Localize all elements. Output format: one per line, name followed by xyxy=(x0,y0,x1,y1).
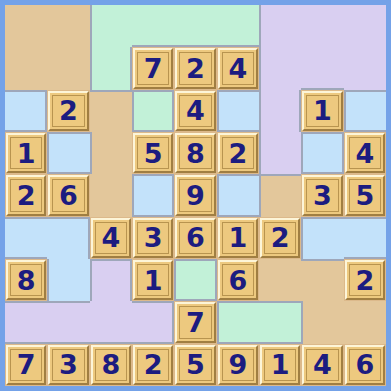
region-boundary xyxy=(174,259,176,301)
cell-r2c7[interactable] xyxy=(259,47,301,89)
tile-r9c4: 2 xyxy=(133,345,173,385)
tile-r4c4: 5 xyxy=(133,133,173,173)
region-boundary xyxy=(259,90,261,132)
tile-digit: 6 xyxy=(228,267,247,294)
region-boundary xyxy=(259,301,301,303)
tile-r5c9: 5 xyxy=(345,175,385,215)
region-boundary xyxy=(217,301,259,303)
cell-r7c1[interactable]: 8 xyxy=(5,259,47,301)
region-boundary xyxy=(174,299,216,301)
region-boundary xyxy=(47,301,89,303)
cell-r5c5[interactable]: 9 xyxy=(174,174,216,216)
cell-r1c8[interactable] xyxy=(301,5,343,47)
cell-r2c8[interactable] xyxy=(301,47,343,89)
tile-digit: 6 xyxy=(186,224,205,251)
tile-r6c5: 6 xyxy=(175,218,215,258)
cell-r7c3[interactable] xyxy=(90,259,132,301)
tile-digit: 4 xyxy=(355,140,374,167)
region-boundary xyxy=(259,132,261,174)
tile-digit: 8 xyxy=(101,351,120,378)
tile-digit: 5 xyxy=(186,351,205,378)
tile-r4c5: 8 xyxy=(175,133,215,173)
cell-r1c9[interactable] xyxy=(344,5,386,47)
region-boundary xyxy=(47,342,89,344)
tile-digit: 2 xyxy=(186,55,205,82)
cell-r1c4[interactable] xyxy=(132,5,174,47)
cell-r8c4[interactable] xyxy=(132,301,174,343)
cell-r1c1[interactable] xyxy=(5,5,47,47)
cell-r8c5[interactable]: 7 xyxy=(174,301,216,343)
region-boundary xyxy=(5,301,47,303)
cell-r4c7[interactable] xyxy=(259,132,301,174)
cell-r1c6[interactable] xyxy=(217,5,259,47)
cell-r7c9[interactable]: 2 xyxy=(344,259,386,301)
cell-r2c9[interactable] xyxy=(344,47,386,89)
tile-r5c2: 6 xyxy=(48,175,88,215)
region-boundary xyxy=(344,90,346,132)
region-boundary xyxy=(5,342,47,344)
region-boundary xyxy=(301,217,303,259)
region-boundary xyxy=(45,90,47,132)
cell-r8c1[interactable] xyxy=(5,301,47,343)
region-boundary xyxy=(259,342,301,344)
region-boundary xyxy=(301,172,343,174)
cell-r7c4[interactable]: 1 xyxy=(132,259,174,301)
region-boundary xyxy=(132,90,134,132)
region-boundary xyxy=(172,301,174,343)
tile-r7c1: 8 xyxy=(6,260,46,300)
tile-digit: 7 xyxy=(17,351,36,378)
region-boundary xyxy=(172,90,174,132)
tile-r6c4: 3 xyxy=(133,218,173,258)
tile-digit: 4 xyxy=(101,224,120,251)
region-boundary xyxy=(5,90,47,92)
region-boundary xyxy=(301,132,343,134)
cell-r3c3[interactable] xyxy=(90,90,132,132)
tile-r8c5: 7 xyxy=(175,302,215,342)
cell-r6c9[interactable] xyxy=(344,217,386,259)
tile-r7c4: 1 xyxy=(133,260,173,300)
cell-r9c1[interactable]: 7 xyxy=(5,344,47,386)
region-boundary xyxy=(132,215,174,217)
region-boundary xyxy=(172,174,174,216)
cell-r3c4[interactable] xyxy=(132,90,174,132)
tile-digit: 5 xyxy=(144,140,163,167)
tile-digit: 5 xyxy=(355,182,374,209)
cell-r2c3[interactable] xyxy=(90,47,132,89)
region-boundary xyxy=(217,215,259,217)
region-boundary xyxy=(301,132,303,174)
cell-r9c9[interactable]: 6 xyxy=(344,344,386,386)
tile-digit: 4 xyxy=(228,55,247,82)
region-boundary xyxy=(301,217,343,219)
region-boundary xyxy=(90,90,132,92)
cell-r1c7[interactable] xyxy=(259,5,301,47)
cell-r3c7[interactable] xyxy=(259,90,301,132)
tile-r9c9: 6 xyxy=(345,345,385,385)
cell-r6c8[interactable] xyxy=(301,217,343,259)
cell-r3c1[interactable] xyxy=(5,90,47,132)
tile-r9c1: 7 xyxy=(6,345,46,385)
region-boundary xyxy=(132,342,174,344)
region-boundary xyxy=(47,259,49,301)
cell-r5c2[interactable]: 6 xyxy=(47,174,89,216)
region-boundary xyxy=(259,174,261,216)
cell-r6c2[interactable] xyxy=(47,217,89,259)
tile-r4c9: 4 xyxy=(345,133,385,173)
region-boundary xyxy=(301,259,343,261)
tile-digit: 3 xyxy=(59,351,78,378)
tile-r2c6: 4 xyxy=(218,48,258,88)
cell-r5c1[interactable]: 2 xyxy=(5,174,47,216)
cell-r8c8[interactable] xyxy=(301,301,343,343)
region-boundary xyxy=(217,45,259,47)
region-boundary xyxy=(90,259,92,301)
region-boundary xyxy=(174,259,216,261)
region-boundary xyxy=(344,257,386,259)
tile-digit: 3 xyxy=(313,182,332,209)
tile-r3c2: 2 xyxy=(48,91,88,131)
tile-r6c6: 1 xyxy=(218,218,258,258)
tile-digit: 8 xyxy=(17,267,36,294)
cell-r4c8[interactable] xyxy=(301,132,343,174)
cell-r4c3[interactable] xyxy=(90,132,132,174)
cell-r5c9[interactable]: 5 xyxy=(344,174,386,216)
cell-r2c4[interactable]: 7 xyxy=(132,47,174,89)
tile-r2c4: 7 xyxy=(133,48,173,88)
region-boundary xyxy=(47,132,89,134)
region-boundary xyxy=(301,88,343,90)
cell-r3c5[interactable]: 4 xyxy=(174,90,216,132)
tile-r5c5: 9 xyxy=(175,175,215,215)
region-boundary xyxy=(130,47,132,89)
cell-r9c7[interactable]: 1 xyxy=(259,344,301,386)
cell-r5c3[interactable] xyxy=(90,174,132,216)
region-boundary xyxy=(90,259,132,261)
tile-digit: 2 xyxy=(355,267,374,294)
region-boundary xyxy=(130,259,132,301)
cell-r8c7[interactable] xyxy=(259,301,301,343)
cell-r5c8[interactable]: 3 xyxy=(301,174,343,216)
tile-r3c5: 4 xyxy=(175,91,215,131)
tile-digit: 3 xyxy=(144,224,163,251)
region-boundary xyxy=(299,90,301,132)
tile-r5c8: 3 xyxy=(302,175,342,215)
region-boundary xyxy=(90,132,92,174)
cell-r6c5[interactable]: 6 xyxy=(174,217,216,259)
tile-digit: 7 xyxy=(186,309,205,336)
cell-r5c4[interactable] xyxy=(132,174,174,216)
cell-r9c3[interactable]: 8 xyxy=(90,344,132,386)
tile-r7c6: 6 xyxy=(218,260,258,300)
cell-r2c6[interactable]: 4 xyxy=(217,47,259,89)
tile-digit: 1 xyxy=(144,267,163,294)
cell-r7c7[interactable] xyxy=(259,259,301,301)
cell-r4c1[interactable]: 1 xyxy=(5,132,47,174)
region-boundary xyxy=(132,90,174,92)
tile-digit: 8 xyxy=(186,140,205,167)
region-boundary xyxy=(47,132,49,174)
tile-digit: 2 xyxy=(271,224,290,251)
region-boundary xyxy=(217,130,259,132)
region-boundary xyxy=(259,174,301,176)
region-boundary xyxy=(5,217,47,219)
region-boundary xyxy=(90,5,92,47)
cell-r7c2[interactable] xyxy=(47,259,89,301)
tile-digit: 1 xyxy=(228,224,247,251)
region-boundary xyxy=(344,130,386,132)
tile-digit: 6 xyxy=(355,351,374,378)
region-boundary xyxy=(132,301,174,303)
cell-r9c4[interactable]: 2 xyxy=(132,344,174,386)
cell-r6c6[interactable]: 1 xyxy=(217,217,259,259)
tile-digit: 1 xyxy=(313,97,332,124)
cell-r4c4[interactable]: 5 xyxy=(132,132,174,174)
cell-r9c8[interactable]: 4 xyxy=(301,344,343,386)
tile-r7c9: 2 xyxy=(345,260,385,300)
cell-r1c2[interactable] xyxy=(47,5,89,47)
region-boundary xyxy=(90,47,92,89)
tile-digit: 1 xyxy=(271,351,290,378)
region-boundary xyxy=(344,217,386,219)
tile-r2c5: 2 xyxy=(175,48,215,88)
region-boundary xyxy=(47,217,89,219)
cell-r6c4[interactable]: 3 xyxy=(132,217,174,259)
region-boundary xyxy=(132,130,174,132)
cell-r3c2[interactable]: 2 xyxy=(47,90,89,132)
cell-r1c5[interactable] xyxy=(174,5,216,47)
cell-r2c5[interactable]: 2 xyxy=(174,47,216,89)
tile-digit: 4 xyxy=(313,351,332,378)
region-boundary xyxy=(132,45,174,47)
tile-digit: 4 xyxy=(186,97,205,124)
tile-r4c1: 1 xyxy=(6,133,46,173)
cell-r5c7[interactable] xyxy=(259,174,301,216)
cell-r8c9[interactable] xyxy=(344,301,386,343)
cell-r3c6[interactable] xyxy=(217,90,259,132)
region-boundary xyxy=(344,90,386,92)
cell-r7c6[interactable]: 6 xyxy=(217,259,259,301)
cell-r8c3[interactable] xyxy=(90,301,132,343)
sudoku-board: 72424115824269354361281627738259146 xyxy=(0,0,391,391)
tile-r9c6: 9 xyxy=(218,345,258,385)
tile-digit: 6 xyxy=(59,182,78,209)
region-boundary xyxy=(132,174,174,176)
cell-r9c2[interactable]: 3 xyxy=(47,344,89,386)
region-boundary xyxy=(88,217,90,259)
tile-r9c7: 1 xyxy=(260,345,300,385)
region-boundary xyxy=(132,174,134,216)
cell-r2c1[interactable] xyxy=(5,47,47,89)
cell-r2c2[interactable] xyxy=(47,47,89,89)
tile-r9c8: 4 xyxy=(302,345,342,385)
tile-digit: 2 xyxy=(17,182,36,209)
tile-digit: 2 xyxy=(59,97,78,124)
cell-r3c8[interactable]: 1 xyxy=(301,90,343,132)
tile-digit: 9 xyxy=(228,351,247,378)
region-boundary xyxy=(217,90,219,132)
region-boundary xyxy=(5,130,47,132)
region-boundary xyxy=(217,90,259,92)
region-boundary xyxy=(47,172,89,174)
region-boundary xyxy=(301,301,303,343)
region-boundary xyxy=(5,257,47,259)
cell-r6c3[interactable]: 4 xyxy=(90,217,132,259)
tile-r3c8: 1 xyxy=(302,91,342,131)
region-boundary xyxy=(217,174,219,216)
region-boundary xyxy=(342,132,344,174)
tile-digit: 9 xyxy=(186,182,205,209)
tile-digit: 2 xyxy=(228,140,247,167)
cell-r7c5[interactable] xyxy=(174,259,216,301)
tile-r9c5: 5 xyxy=(175,345,215,385)
cell-r5c6[interactable] xyxy=(217,174,259,216)
cell-r6c7[interactable]: 2 xyxy=(259,217,301,259)
region-boundary xyxy=(217,301,219,343)
region-boundary xyxy=(217,342,259,344)
region-boundary xyxy=(217,174,259,176)
cell-r3c9[interactable] xyxy=(344,90,386,132)
tile-r6c3: 4 xyxy=(91,218,131,258)
cell-r6c1[interactable] xyxy=(5,217,47,259)
region-boundary xyxy=(259,47,261,89)
cell-r9c5[interactable]: 5 xyxy=(174,344,216,386)
tile-r9c3: 8 xyxy=(91,345,131,385)
tile-digit: 7 xyxy=(144,55,163,82)
tile-r6c7: 2 xyxy=(260,218,300,258)
tile-r4c6: 2 xyxy=(218,133,258,173)
cell-r4c6[interactable]: 2 xyxy=(217,132,259,174)
tile-digit: 1 xyxy=(17,140,36,167)
region-boundary xyxy=(259,5,261,47)
cell-r7c8[interactable] xyxy=(301,259,343,301)
region-boundary xyxy=(90,342,132,344)
cell-r4c9[interactable]: 4 xyxy=(344,132,386,174)
cell-r9c6[interactable]: 9 xyxy=(217,344,259,386)
tile-digit: 2 xyxy=(144,351,163,378)
tile-r9c2: 3 xyxy=(48,345,88,385)
region-boundary xyxy=(215,259,217,301)
region-boundary xyxy=(174,45,216,47)
cell-r1c3[interactable] xyxy=(90,5,132,47)
cell-r4c5[interactable]: 8 xyxy=(174,132,216,174)
cell-r8c2[interactable] xyxy=(47,301,89,343)
cell-r4c2[interactable] xyxy=(47,132,89,174)
tile-r5c1: 2 xyxy=(6,175,46,215)
cell-r8c6[interactable] xyxy=(217,301,259,343)
